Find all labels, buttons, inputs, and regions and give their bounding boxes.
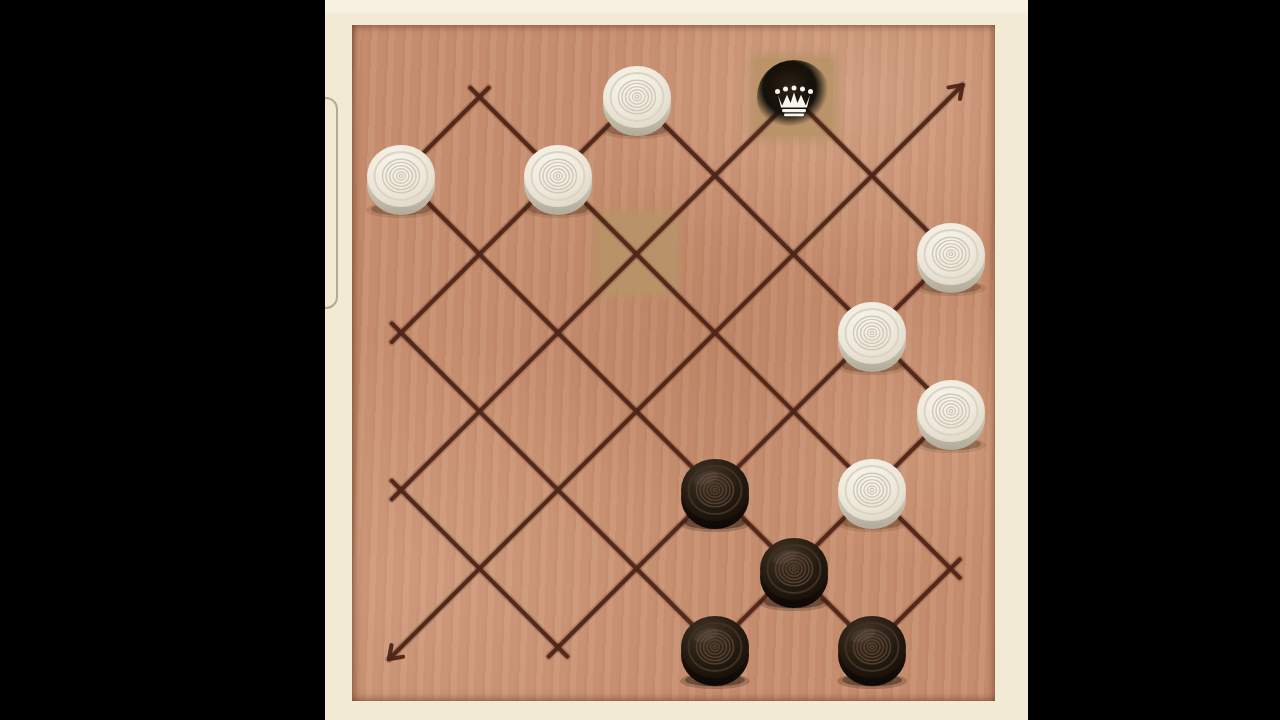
piece-white-man-a7[interactable] [361, 138, 441, 222]
piece-white-man-h6[interactable] [911, 216, 991, 300]
game-board[interactable] [352, 25, 995, 701]
piece-black-king-f8[interactable] [754, 57, 834, 137]
side-panel-handle[interactable] [325, 97, 338, 309]
letterbox-stage [0, 0, 1280, 720]
piece-black-man-g1[interactable] [832, 609, 912, 693]
piece-black-man-f2[interactable] [754, 531, 834, 615]
piece-white-man-h4[interactable] [911, 373, 991, 457]
piece-white-man-g3[interactable] [832, 452, 912, 536]
piece-white-man-c7[interactable] [518, 138, 598, 222]
piece-white-man-g5[interactable] [832, 295, 912, 379]
piece-white-man-d8[interactable] [597, 59, 677, 143]
piece-black-man-e1[interactable] [675, 609, 755, 693]
app-background [325, 0, 1028, 720]
piece-black-man-e3[interactable] [675, 452, 755, 536]
